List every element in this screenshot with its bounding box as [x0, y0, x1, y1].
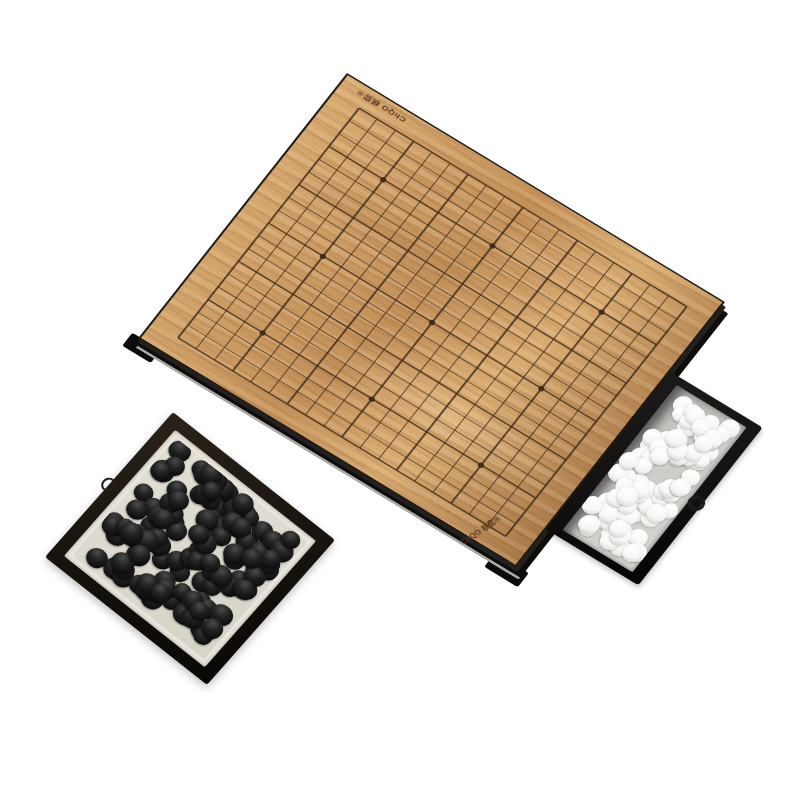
product-photo-scene: ChQO 棋弈® ChQO 棋弈® — [0, 0, 800, 800]
black-stone-tray-well — [73, 438, 308, 659]
black-stone-tray-group — [45, 412, 335, 685]
